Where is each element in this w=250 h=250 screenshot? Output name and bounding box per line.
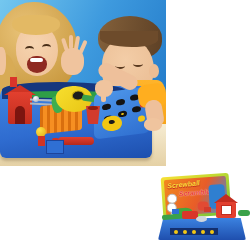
crank-pillar (38, 136, 45, 146)
product-thumbnail[interactable]: Screwball Scramble (152, 170, 250, 244)
start-house-door (15, 106, 25, 124)
unit-green-tube (238, 210, 250, 216)
assembled-game-unit (154, 208, 248, 242)
girl-hair-fringe (12, 15, 60, 35)
red-turret-cup (86, 106, 100, 124)
girl-finger (69, 35, 73, 49)
box-logo-line1: Screwball (167, 179, 200, 189)
hole-center-dot (121, 113, 124, 115)
unit-yellow-dot (174, 230, 178, 234)
unit-red-bit (204, 207, 211, 212)
girl-hand-left-edge (0, 47, 6, 75)
unit-yellow-dot (210, 230, 214, 234)
unit-blue-bit (172, 209, 179, 214)
unit-house-window (221, 205, 232, 215)
unit-grey-disc (196, 216, 207, 222)
unit-front-strip (170, 228, 218, 235)
unit-yellow-dot (192, 230, 196, 234)
girl-eye-right (42, 44, 51, 51)
boy-right-hand (144, 118, 162, 131)
turret-opening (88, 106, 98, 110)
girl-eye-left (25, 46, 34, 53)
unit-yellow-dot (201, 230, 205, 234)
unit-finish-house (214, 196, 238, 220)
box-logo-line2: Scramble (179, 188, 211, 197)
boy-index-finger (101, 93, 106, 102)
target-hole (116, 99, 125, 106)
slide-piece-hole (109, 120, 115, 125)
girl-raised-hand (61, 48, 84, 75)
silver-marble (33, 96, 39, 102)
product-image-collage: Screwball Scramble (0, 0, 250, 250)
boy-eye-right (133, 61, 143, 67)
start-house-chimney (10, 77, 17, 87)
boy-ear (149, 64, 159, 78)
target-hole (102, 103, 111, 110)
unit-yellow-dot (183, 230, 187, 234)
blue-finish-block (46, 140, 64, 154)
girl-teeth (30, 58, 43, 62)
girl-laughing-mouth (27, 56, 47, 73)
main-photo[interactable] (0, 0, 166, 166)
